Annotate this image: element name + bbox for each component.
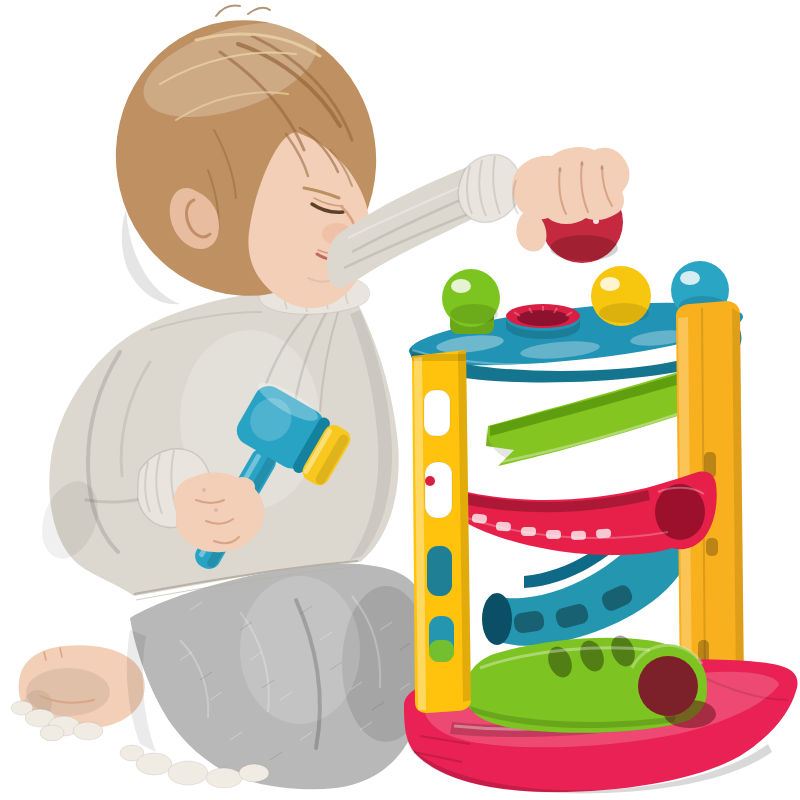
post-hole-3-shade xyxy=(427,546,452,596)
red-ball-shade xyxy=(550,235,618,261)
knuckle-2 xyxy=(580,162,584,166)
tunnel-interior xyxy=(638,656,698,716)
red-socket-hole xyxy=(517,310,569,326)
thumb-knuckle xyxy=(229,477,255,497)
thigh-highlight xyxy=(240,576,360,724)
left-post xyxy=(412,350,471,713)
right-post-slot-2 xyxy=(706,538,718,556)
yellow-ball-highlight xyxy=(600,277,620,291)
green-ball-highlight xyxy=(451,279,471,293)
red-peg xyxy=(425,476,435,486)
yellow-ball-shade xyxy=(599,303,649,323)
knuckle-3 xyxy=(600,166,604,170)
knuckle-dimple-2 xyxy=(214,508,218,512)
green-ball-shade xyxy=(450,304,498,324)
blue-ball-highlight xyxy=(680,271,700,285)
knuckle-dimple-1 xyxy=(202,488,206,492)
chute-opening xyxy=(482,593,512,645)
product-photo xyxy=(0,0,800,800)
post-hole-4-green xyxy=(429,640,454,662)
ball-ramp-tower xyxy=(404,261,798,793)
post-hole-2 xyxy=(425,462,452,518)
red-basin xyxy=(655,484,705,540)
scene-svg xyxy=(0,0,800,800)
post-hole-1 xyxy=(424,390,450,436)
knuckle-1 xyxy=(558,168,562,172)
